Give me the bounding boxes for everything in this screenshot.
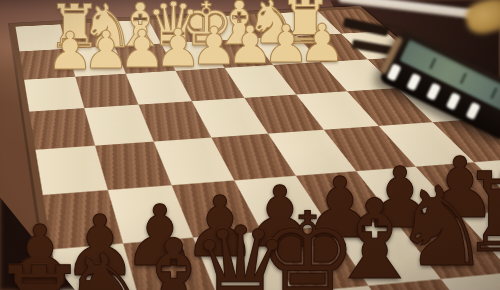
clock-button[interactable] [466, 102, 481, 120]
clock-button[interactable] [426, 82, 441, 100]
chess-photo-stage: ♜♞♝♛♚♝♞♜♟♟♟♟♟♟♟♟♟♟♟♟♟♟♟♟♜♞♝♛♚♝♞♜ [0, 0, 500, 290]
lcd-digit-mark [490, 87, 498, 99]
lcd-digit-mark [429, 57, 437, 69]
lcd-digit-mark [459, 72, 467, 84]
clock-button[interactable] [446, 92, 461, 110]
clock-button[interactable] [406, 73, 421, 91]
white-pawn[interactable]: ♟ [47, 26, 94, 78]
black-rook[interactable]: ♜ [0, 252, 89, 290]
